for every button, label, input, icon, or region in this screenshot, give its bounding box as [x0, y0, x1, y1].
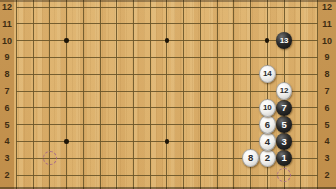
star-point-K10 — [159, 32, 176, 49]
stone-black-13: 13 — [276, 32, 293, 49]
stone-black-1: 1 — [276, 150, 293, 167]
black-stone: 13 — [276, 32, 292, 48]
black-stone: 5 — [276, 116, 292, 132]
move-number: 14 — [263, 70, 271, 78]
move-number: 4 — [265, 137, 270, 147]
row-label-left-9: 9 — [0, 52, 14, 62]
white-stone: 4 — [259, 132, 276, 150]
row-labels-left: 12111098765432 — [0, 0, 14, 189]
row-label-left-12: 12 — [0, 2, 14, 12]
mark-circle-R2[interactable] — [276, 167, 293, 184]
star-point-K4 — [159, 133, 176, 150]
mark-circle-C3[interactable] — [42, 150, 59, 167]
move-number: 12 — [280, 87, 288, 95]
row-label-right-5: 5 — [318, 120, 336, 130]
row-label-left-6: 6 — [0, 103, 14, 113]
star-point-Q10 — [259, 32, 276, 49]
white-stone: 14 — [259, 65, 276, 83]
row-label-right-4: 4 — [318, 136, 336, 146]
row-label-right-9: 9 — [318, 52, 336, 62]
stone-white-6: 6 — [259, 116, 276, 133]
black-stone: 1 — [276, 150, 292, 166]
row-label-left-5: 5 — [0, 120, 14, 130]
row-label-right-6: 6 — [318, 103, 336, 113]
move-number: 7 — [281, 103, 286, 113]
stone-white-4: 4 — [259, 133, 276, 150]
go-app-screen: 1234567810121314 12111098765432 12111098… — [0, 0, 336, 189]
move-number: 8 — [248, 153, 253, 163]
row-labels-right: 12111098765432 — [318, 0, 336, 189]
stone-white-2: 2 — [259, 150, 276, 167]
stone-white-14: 14 — [259, 66, 276, 83]
move-number: 3 — [281, 137, 286, 147]
star-point-D10 — [58, 32, 75, 49]
row-label-right-2: 2 — [318, 170, 336, 180]
row-label-left-10: 10 — [0, 36, 14, 46]
move-number: 1 — [281, 153, 286, 163]
move-number: 5 — [281, 120, 286, 130]
move-number: 10 — [263, 104, 271, 112]
go-board[interactable]: 1234567810121314 — [8, 0, 326, 183]
star-point-D4 — [58, 133, 75, 150]
suggested-move-circle-icon[interactable] — [43, 151, 58, 166]
move-number: 6 — [265, 120, 270, 130]
white-stone: 10 — [259, 99, 276, 117]
row-label-left-8: 8 — [0, 69, 14, 79]
row-label-right-12: 12 — [318, 2, 336, 12]
stone-white-8: 8 — [242, 150, 259, 167]
row-label-left-2: 2 — [0, 170, 14, 180]
row-label-right-10: 10 — [318, 36, 336, 46]
stone-white-10: 10 — [259, 99, 276, 116]
star-point-dot — [265, 38, 269, 42]
white-stone: 2 — [259, 149, 276, 167]
star-point-dot — [165, 139, 169, 143]
black-stone: 3 — [276, 133, 292, 149]
row-label-left-7: 7 — [0, 86, 14, 96]
stone-black-5: 5 — [276, 116, 293, 133]
stone-white-12: 12 — [276, 83, 293, 100]
stone-black-7: 7 — [276, 99, 293, 116]
white-stone: 12 — [276, 82, 293, 100]
row-label-left-4: 4 — [0, 136, 14, 146]
row-label-right-3: 3 — [318, 153, 336, 163]
move-number: 13 — [280, 37, 288, 45]
suggested-move-circle-icon[interactable] — [277, 168, 292, 183]
star-point-dot — [64, 139, 68, 143]
white-stone: 6 — [259, 115, 276, 133]
move-number: 2 — [265, 153, 270, 163]
row-label-left-3: 3 — [0, 153, 14, 163]
star-point-dot — [165, 38, 169, 42]
white-stone: 8 — [242, 149, 259, 167]
row-label-left-11: 11 — [0, 19, 14, 29]
black-stone: 7 — [276, 100, 292, 116]
star-point-dot — [64, 38, 68, 42]
stone-black-3: 3 — [276, 133, 293, 150]
row-label-right-7: 7 — [318, 86, 336, 96]
row-label-right-11: 11 — [318, 19, 336, 29]
row-label-right-8: 8 — [318, 69, 336, 79]
